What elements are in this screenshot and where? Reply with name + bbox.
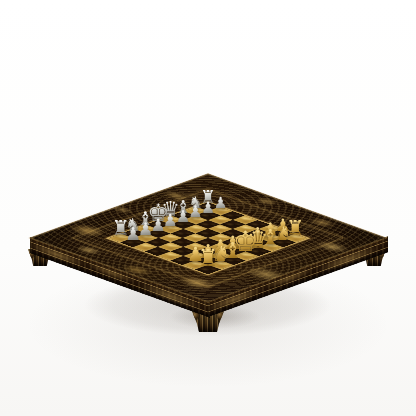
black-rook: ♜ (197, 246, 218, 270)
white-pawn: ♟ (188, 204, 202, 220)
white-pawn: ♟ (125, 225, 141, 243)
white-pawn: ♟ (201, 200, 215, 216)
product-photo-scene: ♜♞♝♛♚♝♞♜♟♟♟♟♟♟♟♟♟♟♟♟♟♟♟♟♜♞♝♛♚♝♞♜ (0, 0, 416, 416)
white-pawn: ♟ (214, 196, 228, 211)
